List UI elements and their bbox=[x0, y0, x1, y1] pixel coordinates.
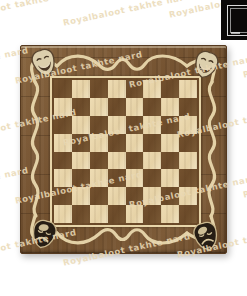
watermark-text: Royalbaloot takhte nard bbox=[62, 0, 191, 28]
square-b2[interactable] bbox=[72, 187, 90, 205]
square-d8[interactable] bbox=[108, 80, 126, 98]
square-e5[interactable] bbox=[126, 134, 144, 152]
square-f4[interactable] bbox=[143, 152, 161, 170]
square-e7[interactable] bbox=[126, 98, 144, 116]
square-b4[interactable] bbox=[72, 152, 90, 170]
square-h8[interactable] bbox=[179, 80, 197, 98]
square-b7[interactable] bbox=[72, 98, 90, 116]
square-d2[interactable] bbox=[108, 187, 126, 205]
square-f8[interactable] bbox=[143, 80, 161, 98]
square-g3[interactable] bbox=[161, 169, 179, 187]
square-g1[interactable] bbox=[161, 205, 179, 223]
square-h7[interactable] bbox=[179, 98, 197, 116]
square-f1[interactable] bbox=[143, 205, 161, 223]
square-f6[interactable] bbox=[143, 116, 161, 134]
square-d4[interactable] bbox=[108, 152, 126, 170]
square-e2[interactable] bbox=[126, 187, 144, 205]
square-c3[interactable] bbox=[90, 169, 108, 187]
square-c6[interactable] bbox=[90, 116, 108, 134]
watermark-text: Royalbaloot takhte nard bbox=[242, 43, 247, 80]
square-a7[interactable] bbox=[54, 98, 72, 116]
square-a5[interactable] bbox=[54, 134, 72, 152]
square-e4[interactable] bbox=[126, 152, 144, 170]
square-d3[interactable] bbox=[108, 169, 126, 187]
square-h3[interactable] bbox=[179, 169, 197, 187]
square-c8[interactable] bbox=[90, 80, 108, 98]
square-e3[interactable] bbox=[126, 169, 144, 187]
watermark-text: Royalbaloot takhte nard bbox=[0, 0, 77, 24]
square-a6[interactable] bbox=[54, 116, 72, 134]
square-b1[interactable] bbox=[72, 205, 90, 223]
square-e8[interactable] bbox=[126, 80, 144, 98]
square-b8[interactable] bbox=[72, 80, 90, 98]
square-b3[interactable] bbox=[72, 169, 90, 187]
square-f2[interactable] bbox=[143, 187, 161, 205]
square-h5[interactable] bbox=[179, 134, 197, 152]
square-a4[interactable] bbox=[54, 152, 72, 170]
square-g6[interactable] bbox=[161, 116, 179, 134]
chess-board bbox=[20, 45, 227, 254]
square-g7[interactable] bbox=[161, 98, 179, 116]
square-e1[interactable] bbox=[126, 205, 144, 223]
square-d6[interactable] bbox=[108, 116, 126, 134]
square-h4[interactable] bbox=[179, 152, 197, 170]
square-f5[interactable] bbox=[143, 134, 161, 152]
square-c2[interactable] bbox=[90, 187, 108, 205]
square-a8[interactable] bbox=[54, 80, 72, 98]
square-h2[interactable] bbox=[179, 187, 197, 205]
checkerboard bbox=[54, 80, 197, 223]
square-g8[interactable] bbox=[161, 80, 179, 98]
square-g2[interactable] bbox=[161, 187, 179, 205]
square-d5[interactable] bbox=[108, 134, 126, 152]
logo-mark bbox=[231, 32, 240, 34]
square-b6[interactable] bbox=[72, 116, 90, 134]
tragedy-mask-icon-bottom-left bbox=[29, 219, 59, 249]
square-h6[interactable] bbox=[179, 116, 197, 134]
square-c4[interactable] bbox=[90, 152, 108, 170]
square-g4[interactable] bbox=[161, 152, 179, 170]
square-c1[interactable] bbox=[90, 205, 108, 223]
square-c5[interactable] bbox=[90, 134, 108, 152]
square-e6[interactable] bbox=[126, 116, 144, 134]
square-a2[interactable] bbox=[54, 187, 72, 205]
square-f7[interactable] bbox=[143, 98, 161, 116]
square-d1[interactable] bbox=[108, 205, 126, 223]
logo-frame-inner bbox=[230, 8, 247, 33]
square-a3[interactable] bbox=[54, 169, 72, 187]
brand-logo bbox=[221, 0, 247, 40]
product-photo: Royalbaloot takhte nardRoyalbaloot takht… bbox=[0, 0, 247, 296]
comedy-mask-icon-top-left bbox=[29, 48, 59, 77]
watermark-text: Royalbaloot takhte nard bbox=[242, 163, 247, 200]
tragedy-mask-icon-bottom-right bbox=[191, 221, 221, 251]
square-b5[interactable] bbox=[72, 134, 90, 152]
comedy-mask-icon-top-right bbox=[191, 50, 221, 79]
playing-field-border bbox=[50, 76, 201, 227]
square-d7[interactable] bbox=[108, 98, 126, 116]
square-f3[interactable] bbox=[143, 169, 161, 187]
square-c7[interactable] bbox=[90, 98, 108, 116]
square-g5[interactable] bbox=[161, 134, 179, 152]
